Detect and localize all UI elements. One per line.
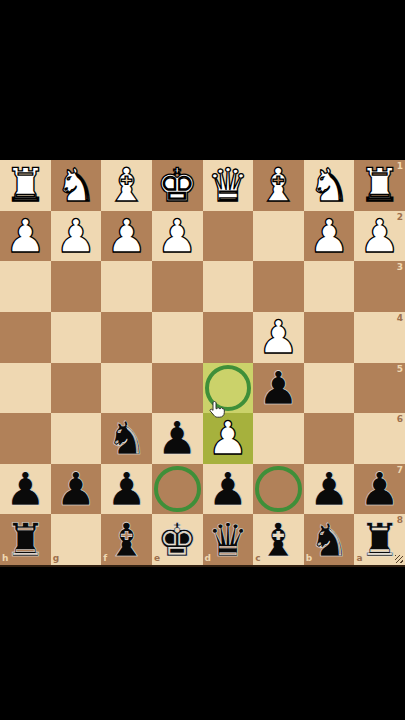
white-queen-d1[interactable]: ♛ — [207, 162, 248, 208]
square-g4[interactable] — [51, 312, 102, 363]
square-h4[interactable] — [0, 312, 51, 363]
annotation-circle-c7 — [255, 466, 302, 513]
square-b1[interactable]: ♞ — [304, 160, 355, 211]
square-b6[interactable] — [304, 413, 355, 464]
white-pawn-h2[interactable]: ♟ — [5, 213, 46, 259]
video-frame: ♜♞♝♚♛♝♞♜1♟♟♟♟♟♟23♟4♟5♞♟♟6♟♟♟♟♟♟7♜hg♝f♚e♛… — [0, 0, 405, 720]
square-h5[interactable] — [0, 363, 51, 414]
square-a3[interactable]: 3 — [354, 261, 405, 312]
square-e1[interactable]: ♚ — [152, 160, 203, 211]
board-resize-handle[interactable] — [395, 555, 403, 563]
white-pawn-e2[interactable]: ♟ — [157, 213, 198, 259]
square-c3[interactable] — [253, 261, 304, 312]
square-h8[interactable]: ♜h — [0, 514, 51, 565]
black-pawn-h7[interactable]: ♟ — [5, 466, 46, 512]
square-f4[interactable] — [101, 312, 152, 363]
white-pawn-b2[interactable]: ♟ — [308, 213, 349, 259]
black-bishop-f8[interactable]: ♝ — [106, 517, 147, 563]
square-h3[interactable] — [0, 261, 51, 312]
square-a2[interactable]: ♟2 — [354, 211, 405, 262]
square-a5[interactable]: 5 — [354, 363, 405, 414]
rank-label-6: 6 — [397, 415, 403, 424]
square-e4[interactable] — [152, 312, 203, 363]
square-a4[interactable]: 4 — [354, 312, 405, 363]
white-pawn-a2[interactable]: ♟ — [359, 213, 400, 259]
square-b4[interactable] — [304, 312, 355, 363]
square-f6[interactable]: ♞ — [101, 413, 152, 464]
square-d3[interactable] — [203, 261, 254, 312]
black-king-e8[interactable]: ♚ — [157, 517, 198, 563]
square-f5[interactable] — [101, 363, 152, 414]
file-label-g: g — [53, 554, 59, 563]
black-bishop-c8[interactable]: ♝ — [258, 517, 299, 563]
square-f3[interactable] — [101, 261, 152, 312]
white-rook-a1[interactable]: ♜ — [359, 162, 400, 208]
square-c4[interactable]: ♟ — [253, 312, 304, 363]
square-g5[interactable] — [51, 363, 102, 414]
square-c8[interactable]: ♝c — [253, 514, 304, 565]
black-pawn-a7[interactable]: ♟ — [359, 466, 400, 512]
square-g6[interactable] — [51, 413, 102, 464]
square-c5[interactable]: ♟ — [253, 363, 304, 414]
square-e8[interactable]: ♚e — [152, 514, 203, 565]
annotation-circle-d5 — [205, 365, 252, 412]
square-e5[interactable] — [152, 363, 203, 414]
square-b5[interactable] — [304, 363, 355, 414]
square-g8[interactable]: g — [51, 514, 102, 565]
rank-label-3: 3 — [397, 263, 403, 272]
square-c1[interactable]: ♝ — [253, 160, 304, 211]
square-g2[interactable]: ♟ — [51, 211, 102, 262]
rank-label-5: 5 — [397, 365, 403, 374]
black-pawn-c5[interactable]: ♟ — [258, 365, 299, 411]
square-b3[interactable] — [304, 261, 355, 312]
square-g7[interactable]: ♟ — [51, 464, 102, 515]
rank-label-4: 4 — [397, 314, 403, 323]
square-g3[interactable] — [51, 261, 102, 312]
white-pawn-f2[interactable]: ♟ — [106, 213, 147, 259]
square-e6[interactable]: ♟ — [152, 413, 203, 464]
white-knight-g1[interactable]: ♞ — [55, 162, 96, 208]
black-pawn-e6[interactable]: ♟ — [157, 415, 198, 461]
square-a6[interactable]: 6 — [354, 413, 405, 464]
chess-board: ♜♞♝♚♛♝♞♜1♟♟♟♟♟♟23♟4♟5♞♟♟6♟♟♟♟♟♟7♜hg♝f♚e♛… — [0, 160, 405, 565]
black-rook-h8[interactable]: ♜ — [5, 517, 46, 563]
white-bishop-f1[interactable]: ♝ — [106, 162, 147, 208]
square-b8[interactable]: ♞b — [304, 514, 355, 565]
square-h1[interactable]: ♜ — [0, 160, 51, 211]
square-c7[interactable] — [253, 464, 304, 515]
black-knight-f6[interactable]: ♞ — [106, 415, 147, 461]
square-g1[interactable]: ♞ — [51, 160, 102, 211]
square-f1[interactable]: ♝ — [101, 160, 152, 211]
square-f7[interactable]: ♟ — [101, 464, 152, 515]
square-d4[interactable] — [203, 312, 254, 363]
black-pawn-d7[interactable]: ♟ — [207, 466, 248, 512]
square-e3[interactable] — [152, 261, 203, 312]
annotation-circle-e7 — [154, 466, 201, 513]
black-pawn-g7[interactable]: ♟ — [55, 466, 96, 512]
white-pawn-g2[interactable]: ♟ — [55, 213, 96, 259]
square-c6[interactable] — [253, 413, 304, 464]
white-knight-b1[interactable]: ♞ — [308, 162, 349, 208]
square-d2[interactable] — [203, 211, 254, 262]
white-rook-h1[interactable]: ♜ — [5, 162, 46, 208]
square-d7[interactable]: ♟ — [203, 464, 254, 515]
square-d5[interactable] — [203, 363, 254, 414]
square-h6[interactable] — [0, 413, 51, 464]
square-a1[interactable]: ♜1 — [354, 160, 405, 211]
white-pawn-d6[interactable]: ♟ — [207, 415, 248, 461]
white-king-e1[interactable]: ♚ — [157, 162, 198, 208]
square-e7[interactable] — [152, 464, 203, 515]
black-knight-b8[interactable]: ♞ — [308, 517, 349, 563]
square-f2[interactable]: ♟ — [101, 211, 152, 262]
square-e2[interactable]: ♟ — [152, 211, 203, 262]
square-b2[interactable]: ♟ — [304, 211, 355, 262]
square-b7[interactable]: ♟ — [304, 464, 355, 515]
square-f8[interactable]: ♝f — [101, 514, 152, 565]
black-pawn-f7[interactable]: ♟ — [106, 466, 147, 512]
square-h2[interactable]: ♟ — [0, 211, 51, 262]
square-a7[interactable]: ♟7 — [354, 464, 405, 515]
square-d1[interactable]: ♛ — [203, 160, 254, 211]
black-pawn-b7[interactable]: ♟ — [308, 466, 349, 512]
square-d8[interactable]: ♛d — [203, 514, 254, 565]
square-c2[interactable] — [253, 211, 304, 262]
square-h7[interactable]: ♟ — [0, 464, 51, 515]
white-pawn-c4[interactable]: ♟ — [258, 314, 299, 360]
black-queen-d8[interactable]: ♛ — [207, 517, 248, 563]
white-bishop-c1[interactable]: ♝ — [258, 162, 299, 208]
square-d6[interactable]: ♟ — [203, 413, 254, 464]
